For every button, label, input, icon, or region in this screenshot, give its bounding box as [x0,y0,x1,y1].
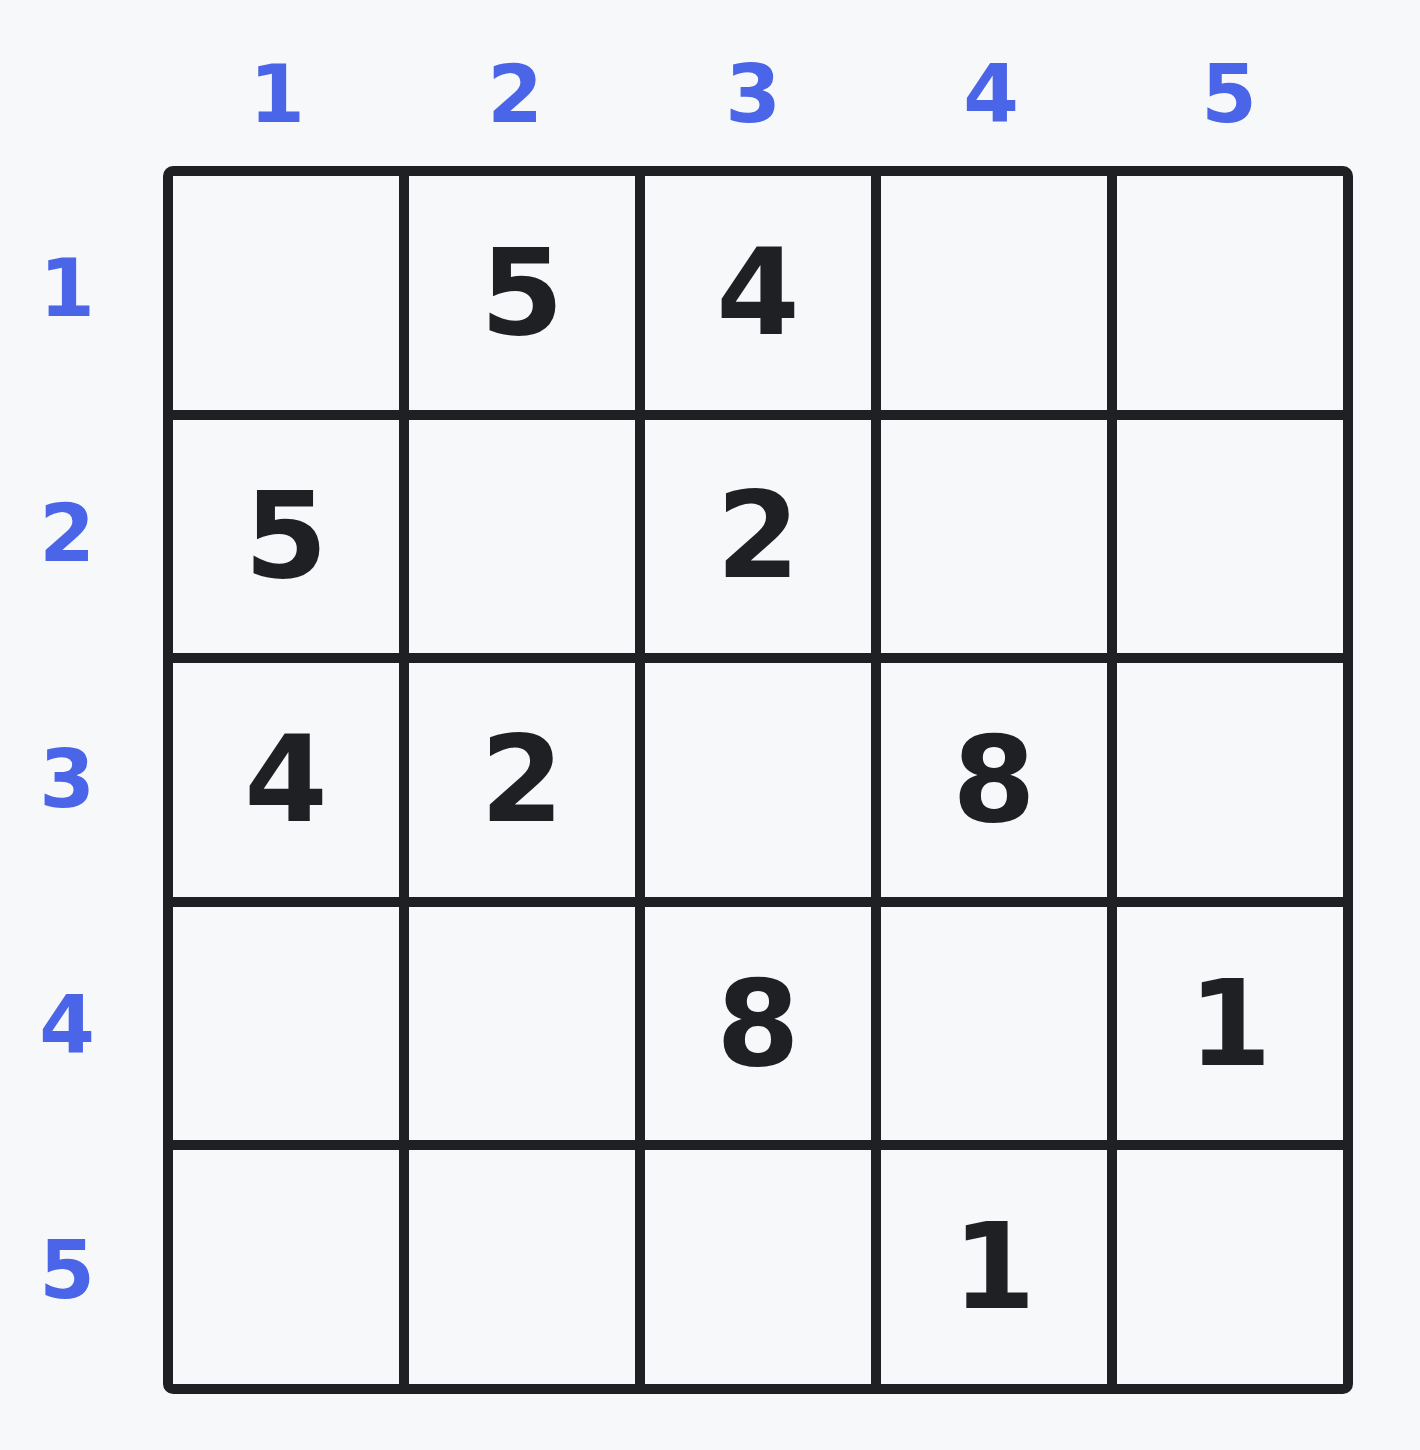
cell-r2c4[interactable] [881,420,1107,654]
row-label-3: 3 [0,657,142,903]
col-label-5: 5 [1110,30,1348,160]
cell-r1c1[interactable] [173,176,399,410]
cell-r1c4[interactable] [881,176,1107,410]
cell-r1c5[interactable] [1117,176,1343,410]
puzzle-stage: 12345 12345 5452428811 [0,0,1420,1450]
cell-r3c3[interactable] [645,663,871,897]
col-label-3: 3 [634,30,872,160]
cell-r5c1[interactable] [173,1150,399,1384]
cell-r3c4[interactable]: 8 [881,663,1107,897]
cell-r1c3[interactable]: 4 [645,176,871,410]
cell-r5c4[interactable]: 1 [881,1150,1107,1384]
col-label-4: 4 [872,30,1110,160]
cell-r5c2[interactable] [409,1150,635,1384]
cell-r2c2[interactable] [409,420,635,654]
cell-r5c5[interactable] [1117,1150,1343,1384]
cell-r2c3[interactable]: 2 [645,420,871,654]
cell-r3c5[interactable] [1117,663,1343,897]
cell-r4c4[interactable] [881,907,1107,1141]
column-labels: 12345 [163,30,1353,160]
cell-r4c3[interactable]: 8 [645,907,871,1141]
row-labels: 12345 [0,166,150,1394]
row-label-2: 2 [0,412,142,658]
cell-r3c1[interactable]: 4 [173,663,399,897]
cell-r2c1[interactable]: 5 [173,420,399,654]
row-label-4: 4 [0,903,142,1149]
cell-r4c1[interactable] [173,907,399,1141]
cell-r2c5[interactable] [1117,420,1343,654]
cell-r3c2[interactable]: 2 [409,663,635,897]
row-label-5: 5 [0,1148,142,1394]
cell-r4c2[interactable] [409,907,635,1141]
puzzle-board: 5452428811 [163,166,1353,1394]
cell-r1c2[interactable]: 5 [409,176,635,410]
col-label-1: 1 [158,30,396,160]
cell-r5c3[interactable] [645,1150,871,1384]
col-label-2: 2 [396,30,634,160]
cell-r4c5[interactable]: 1 [1117,907,1343,1141]
row-label-1: 1 [0,166,142,412]
